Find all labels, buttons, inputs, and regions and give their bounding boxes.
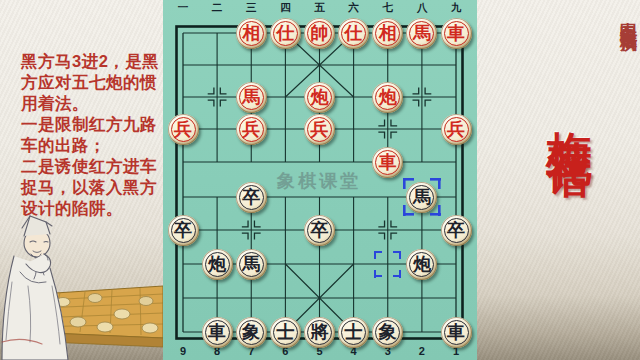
piece-glyph: 仕: [345, 24, 363, 42]
file-label-top-二: 二: [208, 1, 226, 15]
piece-red-仕: 仕: [338, 18, 369, 49]
file-label-top-五: 五: [311, 1, 329, 15]
piece-glyph: 將: [311, 323, 329, 341]
file-label-top-一: 一: [174, 1, 192, 15]
piece-glyph: 相: [242, 24, 260, 42]
piece-red-兵: 兵: [304, 114, 335, 145]
piece-black-象: 象: [372, 317, 403, 348]
piece-red-相: 相: [236, 18, 267, 49]
piece-glyph: 卒: [311, 221, 329, 239]
file-label-top-六: 六: [345, 1, 363, 15]
piece-glyph: 帥: [311, 24, 329, 42]
piece-glyph: 士: [276, 323, 294, 341]
old-man-painting: [0, 202, 163, 360]
piece-red-炮: 炮: [304, 82, 335, 113]
file-label-bottom-2: 2: [413, 345, 431, 357]
piece-red-仕: 仕: [270, 18, 301, 49]
piece-black-卒: 卒: [168, 215, 199, 246]
piece-glyph: 炮: [311, 88, 329, 106]
xiangqi-board: 一二三四五六七八九 987654321 象棋课堂 相仕帥仕相馬車馬炮炮兵兵兵兵車…: [163, 0, 477, 360]
file-label-top-八: 八: [413, 1, 431, 15]
piece-black-卒: 卒: [236, 182, 267, 213]
piece-glyph: 車: [208, 323, 226, 341]
series-subtitle: 中国象棋古谱棋局: [618, 8, 638, 188]
piece-red-馬: 馬: [236, 82, 267, 113]
piece-glyph: 車: [447, 24, 465, 42]
piece-red-炮: 炮: [372, 82, 403, 113]
piece-red-馬: 馬: [406, 18, 437, 49]
piece-red-兵: 兵: [168, 114, 199, 145]
piece-glyph: 兵: [447, 120, 465, 138]
file-label-top-四: 四: [276, 1, 294, 15]
piece-black-馬: 馬: [406, 182, 437, 213]
piece-glyph: 馬: [242, 88, 260, 106]
piece-black-卒: 卒: [304, 215, 335, 246]
piece-black-士: 士: [338, 317, 369, 348]
piece-black-車: 車: [441, 317, 472, 348]
file-label-top-七: 七: [379, 1, 397, 15]
piece-red-相: 相: [372, 18, 403, 49]
piece-glyph: 馬: [242, 255, 260, 273]
piece-black-象: 象: [236, 317, 267, 348]
piece-glyph: 馬: [413, 188, 431, 206]
piece-black-炮: 炮: [202, 249, 233, 280]
right-panel: 中国象棋古谱棋局 梅花谱: [477, 0, 640, 360]
piece-glyph: 炮: [208, 255, 226, 273]
piece-glyph: 車: [379, 153, 397, 171]
piece-glyph: 兵: [311, 120, 329, 138]
piece-black-將: 將: [304, 317, 335, 348]
piece-red-帥: 帥: [304, 18, 335, 49]
piece-black-卒: 卒: [441, 215, 472, 246]
piece-glyph: 兵: [174, 120, 192, 138]
move-annotation: 黑方马3进2，是黑 方应对五七炮的惯 用着法。 一是限制红方九路 车的出路； 二…: [21, 51, 161, 219]
piece-red-兵: 兵: [236, 114, 267, 145]
left-panel: 黑方马3进2，是黑 方应对五七炮的惯 用着法。 一是限制红方九路 车的出路； 二…: [0, 0, 163, 360]
piece-black-士: 士: [270, 317, 301, 348]
piece-red-車: 車: [372, 147, 403, 178]
piece-glyph: 相: [379, 24, 397, 42]
piece-glyph: 象: [242, 323, 260, 341]
file-label-bottom-9: 9: [174, 345, 192, 357]
piece-glyph: 仕: [276, 24, 294, 42]
piece-glyph: 卒: [242, 188, 260, 206]
piece-glyph: 象: [379, 323, 397, 341]
screenshot-root: 黑方马3进2，是黑 方应对五七炮的惯 用着法。 一是限制红方九路 车的出路； 二…: [0, 0, 640, 360]
piece-glyph: 兵: [242, 120, 260, 138]
file-label-top-三: 三: [242, 1, 260, 15]
piece-black-炮: 炮: [406, 249, 437, 280]
piece-glyph: 士: [345, 323, 363, 341]
piece-glyph: 卒: [447, 221, 465, 239]
piece-glyph: 馬: [413, 24, 431, 42]
piece-black-車: 車: [202, 317, 233, 348]
piece-red-兵: 兵: [441, 114, 472, 145]
piece-glyph: 炮: [413, 255, 431, 273]
file-label-top-九: 九: [447, 1, 465, 15]
piece-glyph: 炮: [379, 88, 397, 106]
piece-glyph: 車: [447, 323, 465, 341]
piece-glyph: 卒: [174, 221, 192, 239]
piece-red-車: 車: [441, 18, 472, 49]
piece-black-馬: 馬: [236, 249, 267, 280]
book-title: 梅花谱: [539, 96, 599, 276]
